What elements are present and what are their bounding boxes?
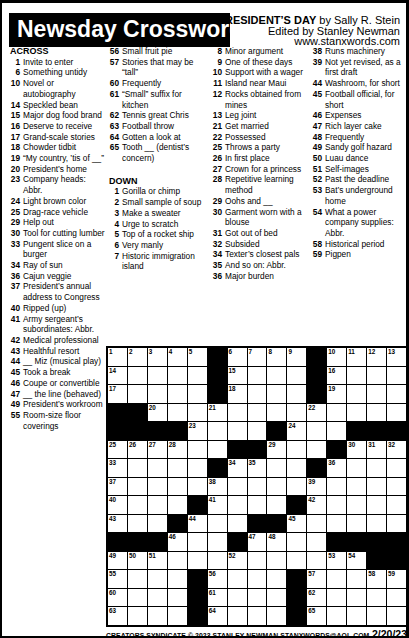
- grid-cell[interactable]: [287, 478, 306, 496]
- clue-text: Washroom, for short: [325, 78, 406, 89]
- clue-number: 59: [312, 249, 325, 260]
- grid-cell[interactable]: 9: [287, 348, 306, 366]
- grid-cell[interactable]: [228, 570, 247, 588]
- clue-text: Medical professional: [23, 335, 105, 346]
- cell-number: 56: [209, 570, 216, 578]
- clue-number: 21: [212, 121, 225, 132]
- down-clue: 22Possessed: [212, 132, 310, 143]
- grid-cell[interactable]: [208, 422, 227, 440]
- grid-cell[interactable]: 46: [168, 533, 187, 551]
- clue-text: Took a break: [23, 367, 105, 378]
- cell-number: 12: [368, 348, 375, 356]
- grid-cell[interactable]: [387, 607, 406, 625]
- grid-cell[interactable]: [128, 515, 147, 533]
- grid-cell[interactable]: [267, 552, 286, 570]
- grid-cell[interactable]: [128, 607, 147, 625]
- grid-cell[interactable]: [327, 496, 346, 514]
- grid-cell[interactable]: [168, 552, 187, 570]
- grid-cell[interactable]: [148, 515, 167, 533]
- grid-cell[interactable]: 32: [387, 441, 406, 459]
- grid-cell[interactable]: [248, 478, 267, 496]
- grid-cell[interactable]: 11: [347, 348, 366, 366]
- grid-cell[interactable]: 29: [267, 441, 286, 459]
- grid-cell[interactable]: 34: [228, 459, 247, 477]
- grid-cell[interactable]: [248, 367, 267, 385]
- cell-number: 6: [229, 348, 233, 356]
- black-cell: [387, 533, 406, 551]
- clue-number: 38: [312, 46, 325, 57]
- clue-number: 62: [109, 110, 122, 121]
- across-clue: 25Drag-race vehicle: [10, 207, 105, 218]
- clue-number: 1: [109, 186, 122, 197]
- grid-cell[interactable]: 52: [228, 552, 247, 570]
- clue-text: Frequently: [122, 78, 207, 89]
- grid-cell[interactable]: 12: [367, 348, 386, 366]
- grid-cell[interactable]: [327, 589, 346, 607]
- black-cell: [228, 533, 247, 551]
- clue-number: 44: [10, 356, 23, 367]
- black-cell: [228, 441, 247, 459]
- clue-text: Repetitive learning method: [225, 174, 310, 195]
- clue-number: 31: [212, 228, 225, 239]
- grid-cell[interactable]: [128, 496, 147, 514]
- grid-cell[interactable]: [148, 607, 167, 625]
- grid-cell[interactable]: [168, 496, 187, 514]
- grid-cell[interactable]: [208, 441, 227, 459]
- clue-text: Drag-race vehicle: [23, 207, 105, 218]
- grid-cell[interactable]: 14: [108, 367, 127, 385]
- grid-cell[interactable]: 17: [108, 385, 127, 403]
- grid-cell[interactable]: [128, 570, 147, 588]
- down-clue: 1Gorilla or chimp: [109, 186, 207, 197]
- grid-cell[interactable]: 65: [307, 607, 326, 625]
- black-cell: [148, 533, 167, 551]
- clue-column-2: 56Small fruit pie57Stories that may be “…: [109, 46, 207, 272]
- clue-number: 16: [10, 121, 23, 132]
- grid-cell[interactable]: [128, 367, 147, 385]
- grid-cell[interactable]: [148, 496, 167, 514]
- grid-cell[interactable]: 37: [108, 478, 127, 496]
- clue-text: “Small” suffix for kitchen: [122, 89, 207, 110]
- grid-cell[interactable]: [287, 533, 306, 551]
- clue-text: __ Miz (musical play): [23, 356, 105, 367]
- grid-cell[interactable]: 13: [387, 348, 406, 366]
- across-clue: 55Room-size floor coverings: [10, 410, 105, 431]
- grid-cell[interactable]: 16: [327, 367, 346, 385]
- grid-cell[interactable]: [248, 589, 267, 607]
- grid-cell[interactable]: [267, 404, 286, 422]
- grid-cell[interactable]: [287, 459, 306, 477]
- grid-cell[interactable]: [327, 404, 346, 422]
- grid-cell[interactable]: [128, 478, 147, 496]
- down-clue: 30Garment worn with a blouse: [212, 207, 310, 228]
- grid-cell[interactable]: 35: [248, 459, 267, 477]
- grid-cell[interactable]: [248, 552, 267, 570]
- grid-cell[interactable]: [307, 441, 326, 459]
- grid-cell[interactable]: [347, 589, 366, 607]
- clue-number: 35: [212, 260, 225, 271]
- syndicate-credit: CREATORS SYNDICATE © 2023 STANLEY NEWMAN…: [106, 632, 369, 638]
- grid-cell[interactable]: [148, 367, 167, 385]
- grid-cell[interactable]: [188, 478, 207, 496]
- cell-number: 53: [328, 552, 335, 560]
- cell-number: 59: [388, 570, 395, 578]
- grid-cell[interactable]: [248, 422, 267, 440]
- grid-cell[interactable]: [387, 459, 406, 477]
- grid-cell[interactable]: 20: [148, 404, 167, 422]
- grid-cell[interactable]: [148, 478, 167, 496]
- grid-cell[interactable]: [387, 367, 406, 385]
- grid-cell[interactable]: 24: [287, 422, 306, 440]
- grid-cell[interactable]: [347, 515, 366, 533]
- down-clue: 44Washroom, for short: [312, 78, 406, 89]
- grid-cell[interactable]: [228, 589, 247, 607]
- grid-cell[interactable]: 53: [327, 552, 346, 570]
- grid-cell[interactable]: 54: [347, 552, 366, 570]
- clue-text: President’s annual address to Congress: [23, 281, 105, 302]
- clue-number: 30: [10, 228, 23, 239]
- down-clue: 46Expenses: [312, 110, 406, 121]
- grid-cell[interactable]: 59: [387, 570, 406, 588]
- grid-cell[interactable]: [168, 367, 187, 385]
- clue-number: 34: [212, 249, 225, 260]
- grid-cell[interactable]: 39: [307, 478, 326, 496]
- cell-number: 54: [348, 552, 355, 560]
- black-cell: [188, 496, 207, 514]
- across-clue: 6Something untidy: [10, 67, 105, 78]
- grid-cell[interactable]: 50: [128, 552, 147, 570]
- grid-cell[interactable]: [367, 496, 386, 514]
- clue-number: 45: [10, 367, 23, 378]
- grid-cell[interactable]: [267, 385, 286, 403]
- grid-cell[interactable]: [347, 404, 366, 422]
- grid-cell[interactable]: 2: [128, 348, 147, 366]
- grid-cell[interactable]: 49: [108, 552, 127, 570]
- grid-cell[interactable]: [228, 422, 247, 440]
- grid-cell[interactable]: 28: [168, 441, 187, 459]
- grid-cell[interactable]: [168, 459, 187, 477]
- down-clue: 28Repetitive learning method: [212, 174, 310, 195]
- clue-number: 26: [212, 153, 225, 164]
- clue-text: President’s workroom: [23, 399, 105, 410]
- clue-number: 53: [312, 185, 325, 206]
- down-clue: 45Football official, for short: [312, 89, 406, 110]
- across-clue: 34Ray of sun: [10, 260, 105, 271]
- grid-cell[interactable]: 38: [208, 478, 227, 496]
- black-cell: [248, 441, 267, 459]
- grid-cell[interactable]: [267, 570, 286, 588]
- clue-text: Oohs and __: [225, 196, 310, 207]
- down-clue: 58Historical period: [312, 239, 406, 250]
- grid-cell[interactable]: [267, 496, 286, 514]
- grid-cell[interactable]: [228, 607, 247, 625]
- grid-cell[interactable]: [267, 367, 286, 385]
- black-cell: [387, 552, 406, 570]
- grid-cell[interactable]: 10: [327, 348, 346, 366]
- grid-cell[interactable]: [267, 607, 286, 625]
- grid-cell[interactable]: [367, 607, 386, 625]
- grid-cell[interactable]: [307, 552, 326, 570]
- clue-number: 50: [312, 153, 325, 164]
- down-clue: 6Very manly: [109, 240, 207, 251]
- grid-cell[interactable]: [188, 459, 207, 477]
- clue-number: 6: [109, 240, 122, 251]
- grid-cell[interactable]: 48: [267, 533, 286, 551]
- grid-cell[interactable]: [387, 385, 406, 403]
- grid-cell[interactable]: 55: [108, 570, 127, 588]
- grid-cell[interactable]: [228, 404, 247, 422]
- across-clue: 36Cajun veggie: [10, 271, 105, 282]
- grid-cell[interactable]: [347, 459, 366, 477]
- black-cell: [347, 533, 366, 551]
- clue-text: Island near Maui: [225, 78, 310, 89]
- grid-cell[interactable]: [307, 515, 326, 533]
- grid-cell[interactable]: 8: [267, 348, 286, 366]
- grid-cell[interactable]: 22: [307, 404, 326, 422]
- cell-number: 5: [189, 348, 193, 356]
- grid-cell[interactable]: 47: [248, 533, 267, 551]
- grid-cell[interactable]: [248, 385, 267, 403]
- grid-cell[interactable]: [347, 496, 366, 514]
- clue-number: 65: [109, 142, 122, 163]
- clue-text: Tennis great Chris: [122, 110, 207, 121]
- grid-cell[interactable]: [228, 478, 247, 496]
- clue-text: Garment worn with a blouse: [225, 207, 310, 228]
- grid-cell[interactable]: 3: [148, 348, 167, 366]
- clue-number: 47: [10, 389, 23, 400]
- grid-cell[interactable]: [248, 570, 267, 588]
- across-clue: 63Football throw: [109, 121, 207, 132]
- cell-number: 32: [388, 441, 395, 449]
- clue-number: 12: [212, 89, 225, 110]
- black-cell: [287, 607, 306, 625]
- grid-cell[interactable]: [287, 404, 306, 422]
- grid-cell[interactable]: 31: [367, 441, 386, 459]
- grid-cell[interactable]: 57: [307, 570, 326, 588]
- grid-cell[interactable]: 51: [148, 552, 167, 570]
- clue-number: 4: [109, 219, 122, 230]
- cell-number: 19: [328, 385, 335, 393]
- clue-text: Deserve to receive: [23, 121, 105, 132]
- grid-cell[interactable]: [168, 607, 187, 625]
- grid-cell[interactable]: 58: [367, 570, 386, 588]
- down-clue: 2Small sample of soup: [109, 197, 207, 208]
- down-clue: 36Major burden: [212, 271, 310, 282]
- clue-text: Novel or autobiography: [23, 78, 105, 99]
- grid-cell[interactable]: [148, 459, 167, 477]
- grid-cell[interactable]: [208, 533, 227, 551]
- grid-cell[interactable]: [228, 496, 247, 514]
- grid-cell[interactable]: [327, 478, 346, 496]
- grid-cell[interactable]: 45: [287, 515, 306, 533]
- crossword-grid: 1234567891011121314151617181920212223242…: [106, 346, 408, 627]
- grid-cell[interactable]: [168, 570, 187, 588]
- clue-number: 43: [10, 346, 23, 357]
- grid-cell[interactable]: [208, 552, 227, 570]
- grid-cell[interactable]: [387, 404, 406, 422]
- grid-cell[interactable]: 64: [208, 607, 227, 625]
- grid-cell[interactable]: 60: [108, 589, 127, 607]
- grid-cell[interactable]: 56: [208, 570, 227, 588]
- grid-cell[interactable]: [327, 515, 346, 533]
- down-clue: 51Self-images: [312, 164, 406, 175]
- grid-cell[interactable]: 61: [208, 589, 227, 607]
- grid-cell[interactable]: [188, 441, 207, 459]
- down-clue: 34Texter’s closest pals: [212, 249, 310, 260]
- grid-cell[interactable]: [387, 515, 406, 533]
- clue-text: Runs machinery: [325, 46, 406, 57]
- masthead: Newsday Crossword: [9, 13, 230, 47]
- clue-number: 15: [10, 110, 23, 121]
- grid-cell[interactable]: 27: [148, 441, 167, 459]
- clue-text: Grand-scale stories: [23, 132, 105, 143]
- grid-cell[interactable]: [347, 367, 366, 385]
- grid-cell[interactable]: [168, 385, 187, 403]
- grid-cell[interactable]: [287, 385, 306, 403]
- grid-cell[interactable]: 5: [188, 348, 207, 366]
- grid-cell[interactable]: [367, 589, 386, 607]
- grid-cell[interactable]: 7: [248, 348, 267, 366]
- grid-cell[interactable]: [188, 404, 207, 422]
- down-clue: 39Not yet revised, as a first draft: [312, 57, 406, 78]
- grid-cell[interactable]: [267, 589, 286, 607]
- clue-text: Major dog food brand: [23, 110, 105, 121]
- grid-cell[interactable]: [347, 385, 366, 403]
- grid-cell[interactable]: [387, 478, 406, 496]
- grid-cell[interactable]: 6: [228, 348, 247, 366]
- down-clue: 13Leg joint: [212, 110, 310, 121]
- grid-cell[interactable]: 44: [188, 515, 207, 533]
- clue-text: Throws a party: [225, 142, 310, 153]
- grid-cell[interactable]: [148, 589, 167, 607]
- clue-number: 46: [312, 110, 325, 121]
- across-clue: 10Novel or autobiography: [10, 78, 105, 99]
- grid-cell[interactable]: [347, 607, 366, 625]
- down-clue: 25Throws a party: [212, 142, 310, 153]
- cell-number: 43: [109, 515, 116, 523]
- cell-number: 23: [189, 422, 196, 430]
- grid-cell[interactable]: [367, 385, 386, 403]
- black-cell: [287, 570, 306, 588]
- grid-cell[interactable]: 23: [188, 422, 207, 440]
- down-clue: 29Oohs and __: [212, 196, 310, 207]
- clue-number: 13: [212, 110, 225, 121]
- clue-text: Leg joint: [225, 110, 310, 121]
- down-clue: 48Frequently: [312, 132, 406, 143]
- grid-cell[interactable]: [188, 552, 207, 570]
- grid-cell[interactable]: [168, 478, 187, 496]
- grid-cell[interactable]: [248, 607, 267, 625]
- grid-cell[interactable]: [327, 422, 346, 440]
- grid-cell[interactable]: [327, 570, 346, 588]
- grid-cell[interactable]: [188, 533, 207, 551]
- grid-cell[interactable]: [287, 552, 306, 570]
- grid-cell[interactable]: [208, 515, 227, 533]
- grid-cell[interactable]: [347, 570, 366, 588]
- grid-cell[interactable]: [168, 404, 187, 422]
- black-cell: [188, 589, 207, 607]
- grid-cell[interactable]: 42: [307, 496, 326, 514]
- grid-cell[interactable]: [188, 385, 207, 403]
- grid-cell[interactable]: 41: [208, 496, 227, 514]
- grid-cell[interactable]: [188, 367, 207, 385]
- cell-number: 27: [149, 441, 156, 449]
- grid-cell[interactable]: [327, 607, 346, 625]
- grid-cell[interactable]: [347, 478, 366, 496]
- cell-number: 63: [109, 607, 116, 615]
- black-cell: [367, 422, 386, 440]
- grid-cell[interactable]: [367, 515, 386, 533]
- clue-number: 17: [10, 132, 23, 143]
- grid-cell[interactable]: 21: [208, 404, 227, 422]
- grid-cell[interactable]: 15: [228, 367, 247, 385]
- across-clue: 44__ Miz (musical play): [10, 356, 105, 367]
- clue-text: What a power company supplies: Abbr.: [325, 207, 406, 239]
- black-cell: [347, 422, 366, 440]
- across-clue: 62Tennis great Chris: [109, 110, 207, 121]
- grid-cell[interactable]: [248, 496, 267, 514]
- clue-text: Something untidy: [23, 67, 105, 78]
- grid-cell[interactable]: 63: [108, 607, 127, 625]
- across-clue: 1Invite to enter: [10, 57, 105, 68]
- grid-cell[interactable]: 18: [228, 385, 247, 403]
- grid-cell[interactable]: [267, 478, 286, 496]
- grid-cell[interactable]: [287, 367, 306, 385]
- grid-cell[interactable]: 62: [307, 589, 326, 607]
- grid-cell[interactable]: [367, 404, 386, 422]
- clue-text: Light brown color: [23, 196, 105, 207]
- clue-text: Football throw: [122, 121, 207, 132]
- clue-text: Historic immigration island: [122, 251, 207, 272]
- clue-text: Top of a rocket ship: [122, 229, 207, 240]
- grid-cell[interactable]: 36: [327, 459, 346, 477]
- grid-cell[interactable]: [128, 459, 147, 477]
- grid-cell[interactable]: 19: [327, 385, 346, 403]
- grid-cell[interactable]: 30: [347, 441, 366, 459]
- clue-number: 47: [312, 121, 325, 132]
- cell-number: 52: [229, 552, 236, 560]
- down-clue: 10Support with a wager: [212, 67, 310, 78]
- grid-cell[interactable]: 25: [108, 441, 127, 459]
- grid-cell[interactable]: [148, 385, 167, 403]
- grid-cell[interactable]: [367, 478, 386, 496]
- grid-cell[interactable]: 26: [128, 441, 147, 459]
- across-clue: 43Healthful resort: [10, 346, 105, 357]
- grid-cell[interactable]: [128, 385, 147, 403]
- grid-cell[interactable]: [367, 367, 386, 385]
- grid-cell[interactable]: 43: [108, 515, 127, 533]
- grid-cell[interactable]: [267, 459, 286, 477]
- grid-cell[interactable]: [248, 404, 267, 422]
- clue-text: Small fruit pie: [122, 46, 207, 57]
- grid-cell[interactable]: 40: [108, 496, 127, 514]
- grid-cell[interactable]: [228, 515, 247, 533]
- grid-cell[interactable]: [128, 589, 147, 607]
- grid-cell[interactable]: [367, 459, 386, 477]
- grid-cell[interactable]: [168, 589, 187, 607]
- grid-cell[interactable]: 33: [108, 459, 127, 477]
- grid-cell[interactable]: [307, 422, 326, 440]
- grid-cell[interactable]: 4: [168, 348, 187, 366]
- grid-cell[interactable]: 1: [108, 348, 127, 366]
- grid-cell[interactable]: [307, 533, 326, 551]
- grid-cell[interactable]: [148, 570, 167, 588]
- clue-number: 49: [10, 399, 23, 410]
- grid-cell[interactable]: [387, 589, 406, 607]
- grid-cell[interactable]: [287, 441, 306, 459]
- grid-cell[interactable]: [387, 496, 406, 514]
- black-cell: [307, 459, 326, 477]
